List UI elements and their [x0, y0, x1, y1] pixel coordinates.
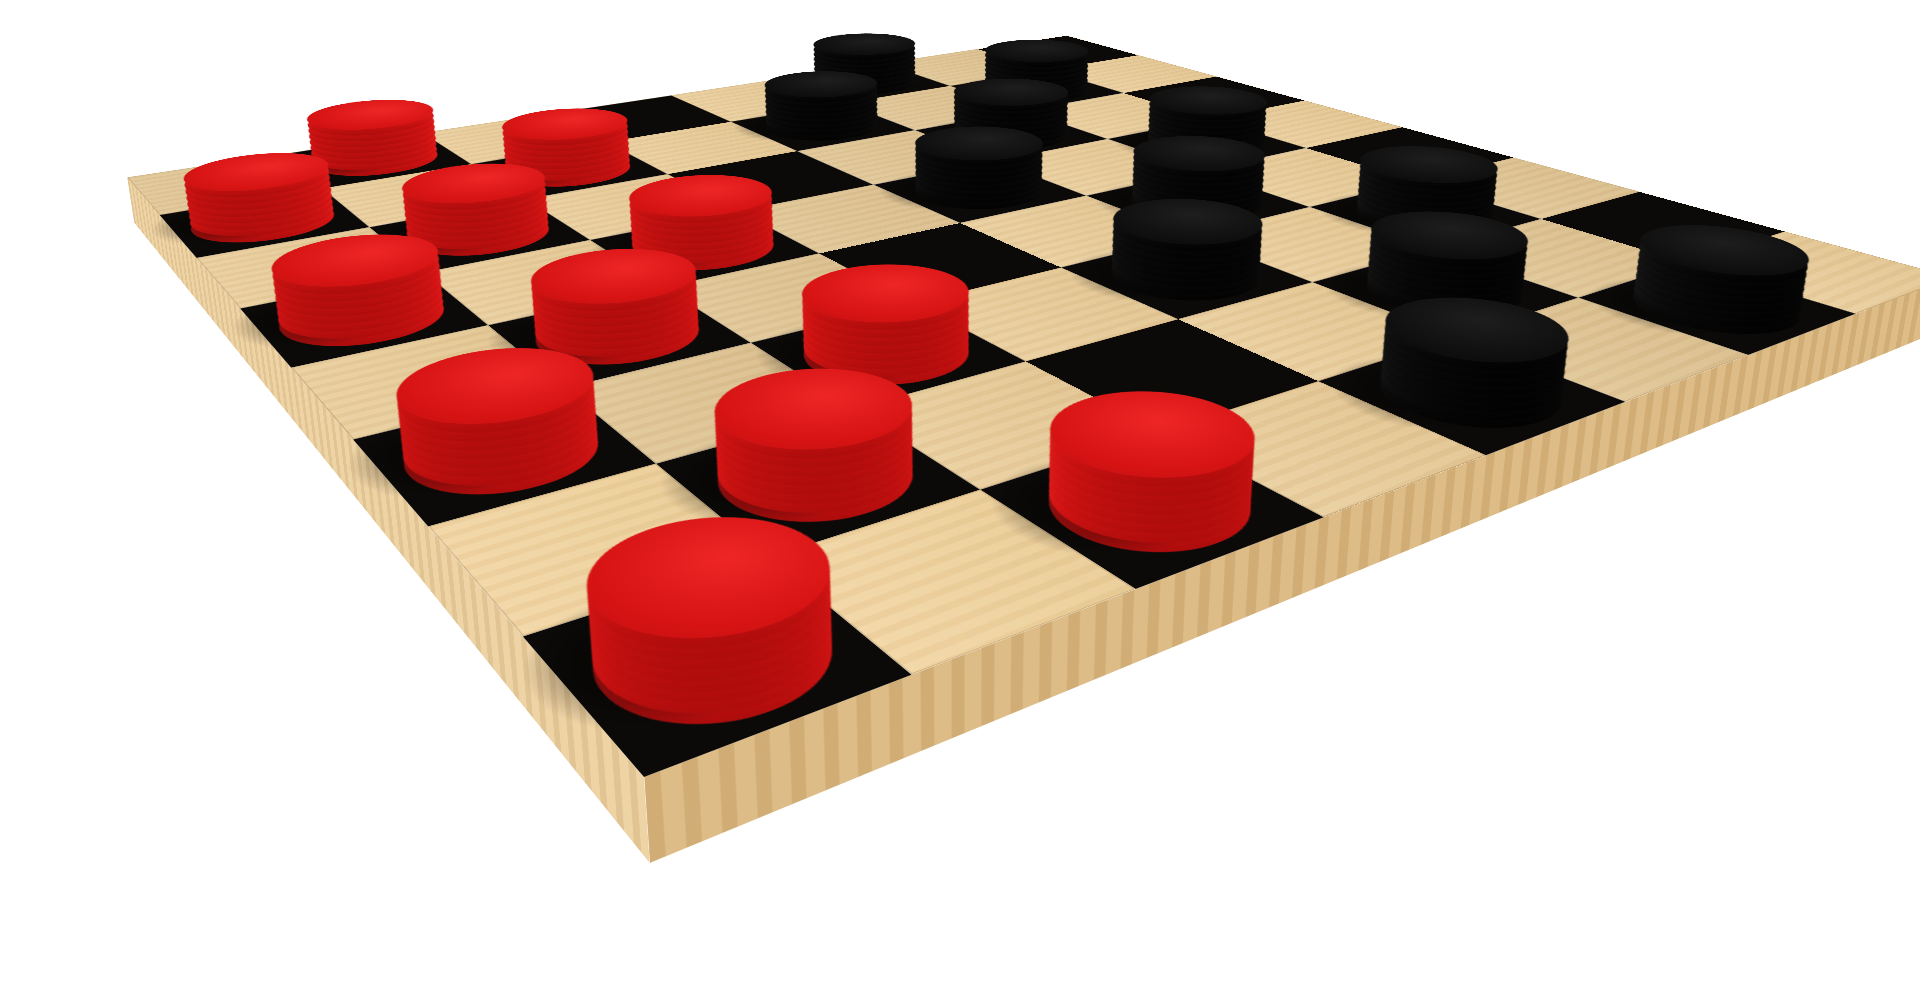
scene — [0, 0, 1920, 999]
checkers-board — [127, 36, 1920, 777]
